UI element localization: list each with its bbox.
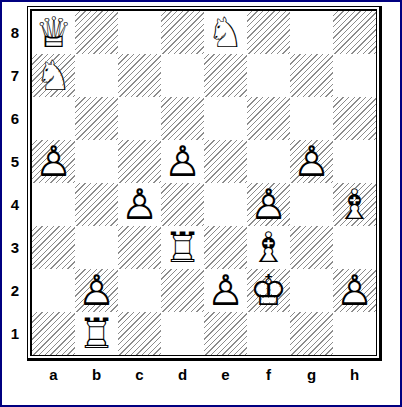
square-b5 <box>75 140 118 183</box>
rank-label-1: 1 <box>3 312 27 355</box>
square-a3 <box>32 226 75 269</box>
square-f4: ♟♙ <box>247 183 290 226</box>
square-b3 <box>75 226 118 269</box>
square-b2: ♟♙ <box>75 269 118 312</box>
square-a4 <box>32 183 75 226</box>
square-a6 <box>32 97 75 140</box>
white-king: ♚♔ <box>247 269 290 312</box>
white-pawn: ♟♙ <box>32 140 75 183</box>
white-queen: ♛♕ <box>32 11 75 54</box>
square-g6 <box>290 97 333 140</box>
square-h2: ♟♙ <box>333 269 376 312</box>
square-f5 <box>247 140 290 183</box>
square-f1 <box>247 312 290 355</box>
square-g1 <box>290 312 333 355</box>
file-label-b: b <box>75 366 118 383</box>
chess-board: ♛♕♞♘♞♘♟♙♟♙♟♙♟♙♟♙♝♗♜♖♝♗♟♙♟♙♚♔♟♙♜♖ <box>32 11 376 355</box>
file-label-e: e <box>204 366 247 383</box>
square-g8 <box>290 11 333 54</box>
square-f7 <box>247 54 290 97</box>
square-e1 <box>204 312 247 355</box>
white-pawn: ♟♙ <box>204 269 247 312</box>
rank-label-8: 8 <box>3 11 27 54</box>
rank-labels: 87654321 <box>3 6 27 355</box>
diagram-image: 87654321 ♛♕♞♘♞♘♟♙♟♙♟♙♟♙♟♙♝♗♜♖♝♗♟♙♟♙♚♔♟♙♜… <box>0 0 402 407</box>
square-e7 <box>204 54 247 97</box>
square-d2 <box>161 269 204 312</box>
square-d6 <box>161 97 204 140</box>
square-b1: ♜♖ <box>75 312 118 355</box>
square-f6 <box>247 97 290 140</box>
white-pawn: ♟♙ <box>75 269 118 312</box>
file-label-d: d <box>161 366 204 383</box>
square-c6 <box>118 97 161 140</box>
rank-label-2: 2 <box>3 269 27 312</box>
white-rook: ♜♖ <box>75 312 118 355</box>
square-e4 <box>204 183 247 226</box>
file-label-c: c <box>118 366 161 383</box>
square-h1 <box>333 312 376 355</box>
square-b4 <box>75 183 118 226</box>
white-pawn: ♟♙ <box>247 183 290 226</box>
square-d7 <box>161 54 204 97</box>
file-label-a: a <box>32 366 75 383</box>
file-label-h: h <box>333 366 376 383</box>
square-e3 <box>204 226 247 269</box>
square-h5 <box>333 140 376 183</box>
square-f2: ♚♔ <box>247 269 290 312</box>
white-rook: ♜♖ <box>161 226 204 269</box>
white-bishop: ♝♗ <box>333 183 376 226</box>
white-pawn: ♟♙ <box>118 183 161 226</box>
square-h6 <box>333 97 376 140</box>
square-e8: ♞♘ <box>204 11 247 54</box>
square-g3 <box>290 226 333 269</box>
square-d3: ♜♖ <box>161 226 204 269</box>
rank-label-5: 5 <box>3 140 27 183</box>
square-d8 <box>161 11 204 54</box>
white-knight: ♞♘ <box>204 11 247 54</box>
square-c2 <box>118 269 161 312</box>
file-labels: abcdefgh <box>32 366 382 383</box>
square-e5 <box>204 140 247 183</box>
square-c3 <box>118 226 161 269</box>
square-b6 <box>75 97 118 140</box>
square-h7 <box>333 54 376 97</box>
white-pawn: ♟♙ <box>161 140 204 183</box>
square-c4: ♟♙ <box>118 183 161 226</box>
square-h8 <box>333 11 376 54</box>
square-a1 <box>32 312 75 355</box>
square-f8 <box>247 11 290 54</box>
square-e2: ♟♙ <box>204 269 247 312</box>
square-a5: ♟♙ <box>32 140 75 183</box>
board-frame: ♛♕♞♘♞♘♟♙♟♙♟♙♟♙♟♙♝♗♜♖♝♗♟♙♟♙♚♔♟♙♜♖ <box>27 6 382 361</box>
rank-label-6: 6 <box>3 97 27 140</box>
square-c8 <box>118 11 161 54</box>
white-pawn: ♟♙ <box>333 269 376 312</box>
square-g2 <box>290 269 333 312</box>
square-f3: ♝♗ <box>247 226 290 269</box>
white-bishop: ♝♗ <box>247 226 290 269</box>
square-h4: ♝♗ <box>333 183 376 226</box>
rank-label-3: 3 <box>3 226 27 269</box>
square-a2 <box>32 269 75 312</box>
square-g5: ♟♙ <box>290 140 333 183</box>
white-pawn: ♟♙ <box>290 140 333 183</box>
file-label-g: g <box>290 366 333 383</box>
square-e6 <box>204 97 247 140</box>
square-d4 <box>161 183 204 226</box>
white-knight: ♞♘ <box>32 54 75 97</box>
square-c7 <box>118 54 161 97</box>
square-b7 <box>75 54 118 97</box>
rank-label-7: 7 <box>3 54 27 97</box>
square-c5 <box>118 140 161 183</box>
square-c1 <box>118 312 161 355</box>
square-a8: ♛♕ <box>32 11 75 54</box>
square-g7 <box>290 54 333 97</box>
square-h3 <box>333 226 376 269</box>
square-b8 <box>75 11 118 54</box>
square-g4 <box>290 183 333 226</box>
square-d1 <box>161 312 204 355</box>
file-label-f: f <box>247 366 290 383</box>
square-d5: ♟♙ <box>161 140 204 183</box>
square-a7: ♞♘ <box>32 54 75 97</box>
rank-label-4: 4 <box>3 183 27 226</box>
chess-diagram: 87654321 ♛♕♞♘♞♘♟♙♟♙♟♙♟♙♟♙♝♗♜♖♝♗♟♙♟♙♚♔♟♙♜… <box>3 6 382 383</box>
